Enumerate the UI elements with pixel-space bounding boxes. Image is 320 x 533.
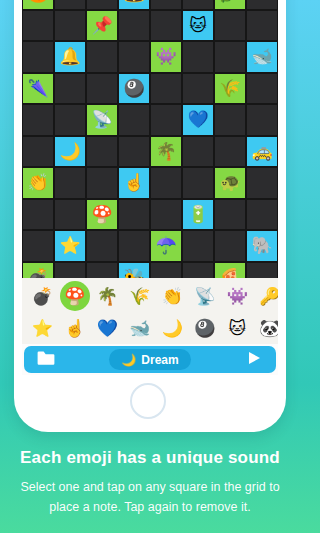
cell-emoji: 🌾 — [219, 80, 240, 97]
grid-cell-r0c5[interactable] — [183, 0, 213, 9]
grid-cell-r5c3[interactable] — [119, 137, 149, 167]
grid-cell-r0c0[interactable]: 🍊 — [23, 0, 53, 9]
cell-emoji: 🌙 — [59, 143, 80, 160]
grid-cell-r6c2[interactable] — [87, 168, 117, 198]
grid-cell-r9c5[interactable] — [183, 263, 213, 279]
song-moon-emoji: 🌙 — [121, 353, 136, 367]
palette-emoji-🎱[interactable]: 🎱 — [189, 312, 222, 344]
grid-cell-r3c0[interactable]: 🌂 — [23, 74, 53, 104]
palette-emoji-🐋[interactable]: 🐋 — [124, 312, 157, 344]
grid-cell-r4c5[interactable]: 💙 — [183, 105, 213, 135]
transport-area: 🌙 Dream — [22, 344, 278, 375]
cell-emoji: 🍄 — [91, 206, 112, 223]
grid-cell-r6c4[interactable] — [151, 168, 181, 198]
palette-row-1: ⭐☝️💙🐋🌙🎱🐱🐼 — [26, 312, 278, 344]
grid-cell-r9c7[interactable] — [247, 263, 277, 279]
grid-cell-r1c2[interactable]: 📌 — [87, 11, 117, 41]
grid-cell-r1c0[interactable] — [23, 11, 53, 41]
grid-cell-r1c5[interactable]: 🐱 — [183, 11, 213, 41]
palette-emoji-🐱[interactable]: 🐱 — [221, 312, 254, 344]
grid-cell-r7c1[interactable] — [55, 200, 85, 230]
folder-icon — [36, 350, 56, 369]
grid-cell-r9c1[interactable] — [55, 263, 85, 279]
grid-cell-r6c6[interactable]: 🐢 — [215, 168, 245, 198]
grid-cell-r0c6[interactable]: 🌽 — [215, 0, 245, 9]
sequencer-grid-inner: 🍊🔔🌽📌🐱🔔👾🐋🌂🎱🌾📡💙🌙🌴🚕👏☝️🐢🍄🔋⭐☂️🐘💣🐝🍕 — [22, 0, 278, 278]
cell-emoji: 🐘 — [251, 237, 272, 254]
grid-cell-r6c0[interactable]: 👏 — [23, 168, 53, 198]
palette-emoji-👏[interactable]: 👏 — [156, 280, 189, 312]
grid-cell-r1c3[interactable] — [119, 11, 149, 41]
song-pill[interactable]: 🌙 Dream — [109, 349, 190, 370]
grid-cell-r5c5[interactable] — [183, 137, 213, 167]
cell-emoji: 🌴 — [155, 143, 176, 160]
grid-cell-r2c4[interactable]: 👾 — [151, 42, 181, 72]
caption-body: Select one and tap on any square in the … — [16, 477, 284, 518]
grid-cell-r2c5[interactable] — [183, 42, 213, 72]
cell-emoji: 🎱 — [123, 80, 144, 97]
grid-cell-r9c2[interactable] — [87, 263, 117, 279]
grid-cell-r9c6[interactable]: 🍕 — [215, 263, 245, 279]
emoji-palette: 💣🍄🌴🌾👏📡👾🔑⭐☝️💙🐋🌙🎱🐱🐼 — [22, 278, 278, 344]
palette-emoji-👾[interactable]: 👾 — [221, 280, 254, 312]
song-title: Dream — [141, 353, 178, 367]
cell-emoji: 🐝 — [123, 269, 144, 278]
grid-cell-r5c7[interactable]: 🚕 — [247, 137, 277, 167]
sequencer-grid: 🍊🔔🌽📌🐱🔔👾🐋🌂🎱🌾📡💙🌙🌴🚕👏☝️🐢🍄🔋⭐☂️🐘💣🐝🍕 — [22, 0, 278, 278]
grid-cell-r1c6[interactable] — [215, 11, 245, 41]
caption-heading: Each emoji has a unique sound — [0, 448, 300, 468]
grid-cell-r7c7[interactable] — [247, 200, 277, 230]
grid-cell-r2c1[interactable]: 🔔 — [55, 42, 85, 72]
grid-cell-r8c1[interactable]: ⭐ — [55, 231, 85, 261]
grid-cell-r8c5[interactable] — [183, 231, 213, 261]
grid-cell-r7c4[interactable] — [151, 200, 181, 230]
grid-cell-r7c0[interactable] — [23, 200, 53, 230]
grid-cell-r6c7[interactable] — [247, 168, 277, 198]
grid-cell-r7c6[interactable] — [215, 200, 245, 230]
cell-emoji: 📌 — [91, 17, 112, 34]
grid-cell-r5c4[interactable]: 🌴 — [151, 137, 181, 167]
grid-cell-r6c5[interactable] — [183, 168, 213, 198]
grid-cell-r0c3[interactable]: 🔔 — [119, 0, 149, 9]
grid-cell-r9c0[interactable]: 💣 — [23, 263, 53, 279]
grid-cell-r7c5[interactable]: 🔋 — [183, 200, 213, 230]
grid-cell-r3c7[interactable] — [247, 74, 277, 104]
grid-cell-r9c4[interactable] — [151, 263, 181, 279]
grid-cell-r8c6[interactable] — [215, 231, 245, 261]
palette-emoji-📡[interactable]: 📡 — [189, 280, 222, 312]
palette-row-0: 💣🍄🌴🌾👏📡👾🔑 — [26, 280, 278, 312]
cell-emoji: 🔔 — [123, 0, 144, 2]
grid-cell-r5c6[interactable] — [215, 137, 245, 167]
folder-button[interactable] — [35, 350, 57, 370]
cell-emoji: 👾 — [155, 48, 176, 65]
grid-cell-r7c2[interactable]: 🍄 — [87, 200, 117, 230]
selected-emoji-highlight: 🍄 — [60, 281, 90, 311]
grid-cell-r5c0[interactable] — [23, 137, 53, 167]
grid-cell-r4c7[interactable] — [247, 105, 277, 135]
cell-emoji: ⭐ — [59, 237, 80, 254]
grid-cell-r9c3[interactable]: 🐝 — [119, 263, 149, 279]
palette-emoji-🐼[interactable]: 🐼 — [254, 312, 279, 344]
palette-emoji-🌾[interactable]: 🌾 — [124, 280, 157, 312]
grid-cell-r3c6[interactable]: 🌾 — [215, 74, 245, 104]
grid-cell-r8c2[interactable] — [87, 231, 117, 261]
palette-emoji-⭐[interactable]: ⭐ — [26, 312, 59, 344]
grid-cell-r3c3[interactable]: 🎱 — [119, 74, 149, 104]
grid-cell-r2c7[interactable]: 🐋 — [247, 42, 277, 72]
cell-emoji: 🚕 — [251, 143, 272, 160]
cell-emoji: 💙 — [187, 111, 208, 128]
grid-cell-r1c1[interactable] — [55, 11, 85, 41]
cell-emoji: 🌂 — [27, 80, 48, 97]
grid-cell-r5c1[interactable]: 🌙 — [55, 137, 85, 167]
transport-bar: 🌙 Dream — [24, 346, 276, 373]
cell-emoji: 🍕 — [219, 269, 240, 278]
palette-emoji-🌴[interactable]: 🌴 — [91, 280, 124, 312]
grid-cell-r2c3[interactable] — [119, 42, 149, 72]
cell-emoji: ☝️ — [123, 174, 144, 191]
grid-cell-r0c2[interactable] — [87, 0, 117, 9]
grid-cell-r1c4[interactable] — [151, 11, 181, 41]
grid-cell-r3c2[interactable] — [87, 74, 117, 104]
grid-cell-r8c4[interactable]: ☂️ — [151, 231, 181, 261]
grid-cell-r4c2[interactable]: 📡 — [87, 105, 117, 135]
grid-cell-r1c7[interactable] — [247, 11, 277, 41]
grid-cell-r3c1[interactable] — [55, 74, 85, 104]
palette-emoji-💣[interactable]: 💣 — [26, 280, 59, 312]
iphone-mockup: 🍊🔔🌽📌🐱🔔👾🐋🌂🎱🌾📡💙🌙🌴🚕👏☝️🐢🍄🔋⭐☂️🐘💣🐝🍕 💣🍄🌴🌾👏📡👾🔑⭐☝… — [14, 0, 286, 432]
grid-cell-r3c5[interactable] — [183, 74, 213, 104]
cell-emoji: 💣 — [27, 269, 48, 278]
grid-cell-r4c3[interactable] — [119, 105, 149, 135]
cell-emoji: 🐢 — [219, 174, 240, 191]
grid-cell-r0c7[interactable] — [247, 0, 277, 9]
palette-emoji-🌙[interactable]: 🌙 — [156, 312, 189, 344]
grid-cell-r0c1[interactable] — [55, 0, 85, 9]
cell-emoji: 👏 — [27, 174, 48, 191]
app-screen: 🍊🔔🌽📌🐱🔔👾🐋🌂🎱🌾📡💙🌙🌴🚕👏☝️🐢🍄🔋⭐☂️🐘💣🐝🍕 💣🍄🌴🌾👏📡👾🔑⭐☝… — [22, 0, 278, 375]
grid-cell-r7c3[interactable] — [119, 200, 149, 230]
grid-cell-r4c6[interactable] — [215, 105, 245, 135]
palette-emoji-💙[interactable]: 💙 — [91, 312, 124, 344]
cell-emoji: 🌽 — [219, 0, 240, 2]
cell-emoji: 📡 — [91, 111, 112, 128]
home-button — [130, 383, 166, 419]
grid-cell-r8c7[interactable]: 🐘 — [247, 231, 277, 261]
cell-emoji: ☂️ — [155, 237, 176, 254]
grid-cell-r4c0[interactable] — [23, 105, 53, 135]
grid-cell-r2c2[interactable] — [87, 42, 117, 72]
grid-cell-r6c1[interactable] — [55, 168, 85, 198]
palette-emoji-🍄[interactable]: 🍄 — [59, 280, 92, 312]
grid-cell-r5c2[interactable] — [87, 137, 117, 167]
grid-cell-r4c1[interactable] — [55, 105, 85, 135]
palette-emoji-☝️[interactable]: ☝️ — [59, 312, 92, 344]
grid-cell-r4c4[interactable] — [151, 105, 181, 135]
cell-emoji: 🍊 — [27, 0, 48, 2]
grid-cell-r2c0[interactable] — [23, 42, 53, 72]
grid-cell-r3c4[interactable] — [151, 74, 181, 104]
grid-cell-r0c4[interactable] — [151, 0, 181, 9]
caption: Each emoji has a unique sound Select one… — [0, 448, 300, 518]
grid-cell-r6c3[interactable]: ☝️ — [119, 168, 149, 198]
grid-cell-r2c6[interactable] — [215, 42, 245, 72]
cell-emoji: 🐱 — [189, 17, 207, 34]
cell-emoji: 🐋 — [251, 48, 272, 65]
palette-emoji-🔑[interactable]: 🔑 — [254, 280, 279, 312]
play-icon — [247, 351, 261, 368]
cell-emoji: 🔔 — [59, 48, 80, 65]
cell-emoji: 🔋 — [187, 206, 208, 223]
play-button[interactable] — [243, 350, 265, 370]
grid-cell-r8c0[interactable] — [23, 231, 53, 261]
grid-cell-r8c3[interactable] — [119, 231, 149, 261]
